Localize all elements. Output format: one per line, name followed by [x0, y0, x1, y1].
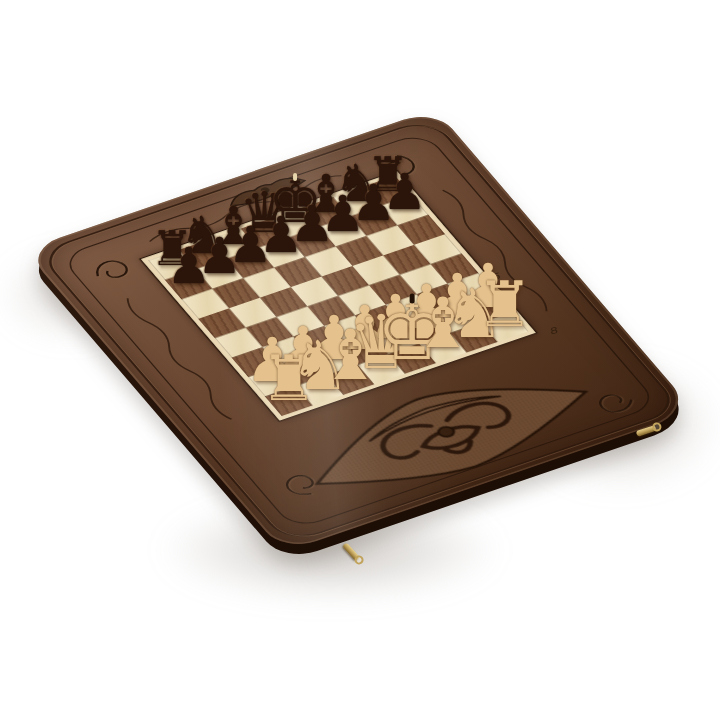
- piece-black-pawn[interactable]: ♟: [382, 168, 427, 218]
- carved-digit: 8: [547, 325, 561, 336]
- product-photo-stage: 5 8 ♜♞♝♛♚♝♞♜♟♟♟♟♟♟♟♟♟♟♟♟♟♟♟♟♜♞♝♛♚♝♞♜: [0, 0, 720, 720]
- piece-white-rook[interactable]: ♜: [476, 273, 532, 336]
- king-finial-icon: [293, 173, 297, 181]
